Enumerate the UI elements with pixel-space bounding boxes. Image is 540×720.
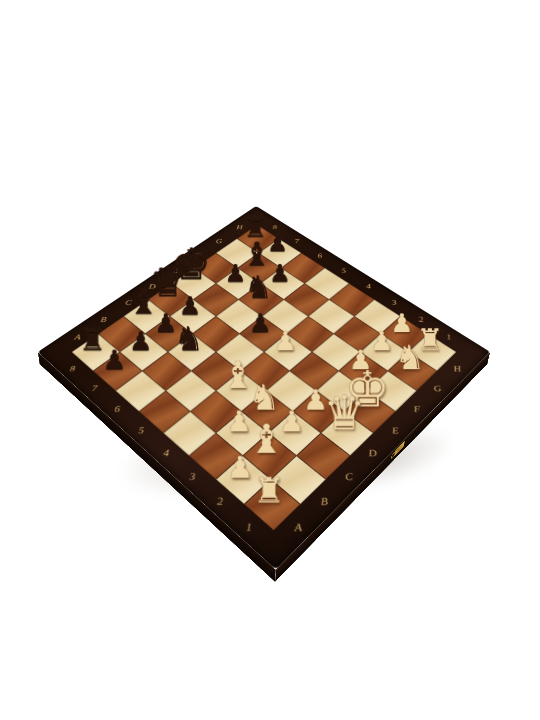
- coord-label-A: A: [64, 324, 92, 349]
- coord-label-8: 8: [260, 220, 290, 234]
- product-photo: 87654321 87654321 ABCDEFGH HGFEDCBA ♜♟♟♜…: [0, 0, 540, 720]
- coord-label-D: D: [140, 275, 164, 297]
- coord-label-5: 5: [327, 263, 360, 278]
- coord-label-E: E: [164, 260, 187, 282]
- coord-label-3: 3: [376, 294, 412, 310]
- coord-label-B: B: [90, 307, 116, 331]
- coord-label-4: 4: [351, 278, 385, 294]
- coord-label-F: F: [187, 245, 209, 266]
- coord-label-6: 6: [304, 248, 336, 263]
- coord-label-G: G: [208, 231, 229, 251]
- coord-label-H: H: [229, 217, 250, 236]
- coord-label-7: 7: [281, 234, 312, 248]
- coord-label-C: C: [116, 291, 141, 314]
- coord-label-1: 1: [430, 328, 468, 346]
- coord-label-2: 2: [403, 310, 440, 327]
